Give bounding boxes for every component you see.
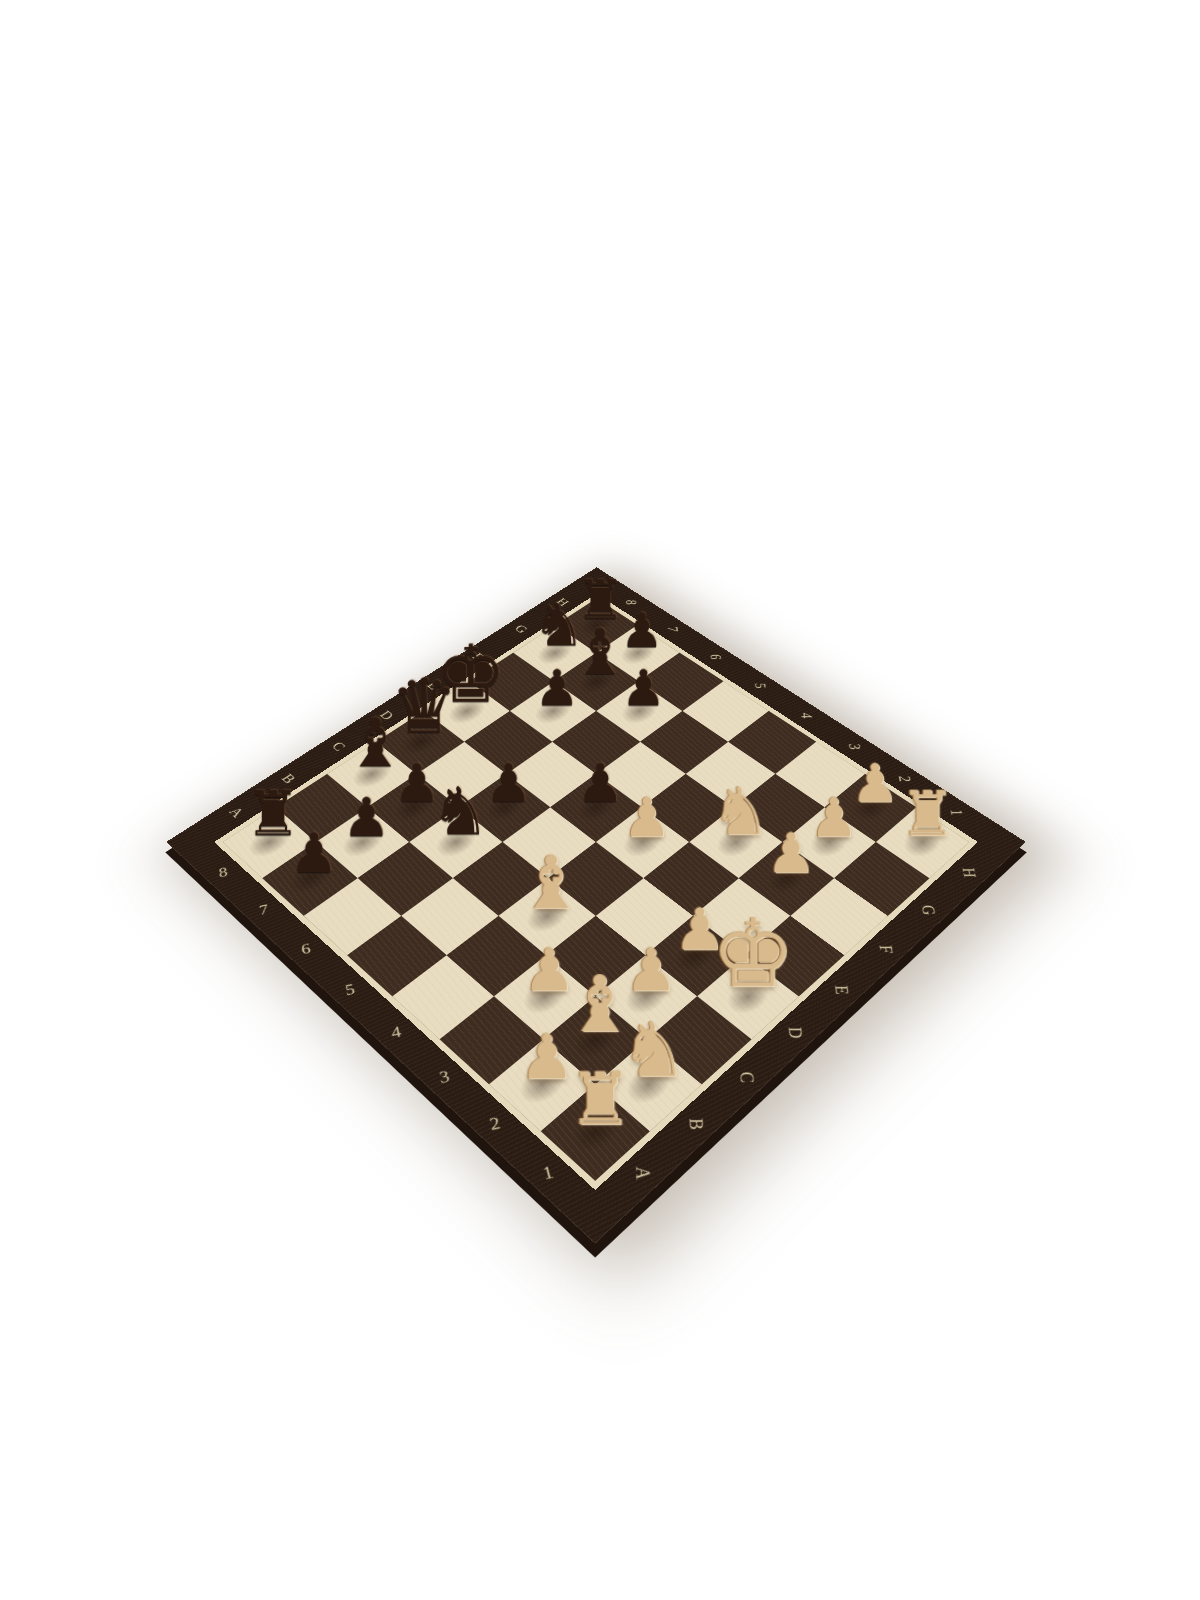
rank-label-4: 4: [774, 705, 838, 727]
square-h1: ♜: [876, 807, 969, 878]
white-bishop: ♝: [489, 846, 614, 919]
white-king: ♚: [688, 906, 819, 1000]
rank-label-7: 7: [643, 619, 702, 639]
squares-grid: ♜♝♛♚♞♜♟♟♟♟♝♟♞♟♟♟♝♟♟♞♟♝♟♟♟♟♟♜♞♚♜: [223, 598, 970, 1180]
product-photo: ABCDEFGH ABCDEFGH 87654321 87654321 ♜♝♛♚…: [0, 0, 1200, 1600]
white-rook: ♜: [530, 1063, 670, 1135]
rank-label-3: 3: [821, 735, 887, 758]
black-knight: ♞: [400, 779, 520, 845]
rank-label-8: 8: [602, 593, 659, 612]
board-scene: ABCDEFGH ABCDEFGH 87654321 87654321 ♜♝♛♚…: [0, 0, 1200, 1600]
black-pawn: ♟: [588, 664, 699, 714]
rank-label-5: 5: [729, 675, 791, 696]
chess-board: ABCDEFGH ABCDEFGH 87654321 87654321 ♜♝♛♚…: [166, 567, 1026, 1244]
white-pawn: ♟: [730, 826, 853, 881]
black-pawn: ♟: [252, 826, 375, 881]
board-frame: ABCDEFGH ABCDEFGH 87654321 87654321 ♜♝♛♚…: [166, 567, 1026, 1244]
playing-field: ♜♝♛♚♞♜♟♟♟♟♝♟♞♟♟♟♝♟♟♞♟♝♟♟♟♟♟♜♞♚♜: [214, 594, 978, 1190]
white-rook: ♜: [867, 783, 987, 845]
rank-label-6: 6: [685, 647, 745, 668]
